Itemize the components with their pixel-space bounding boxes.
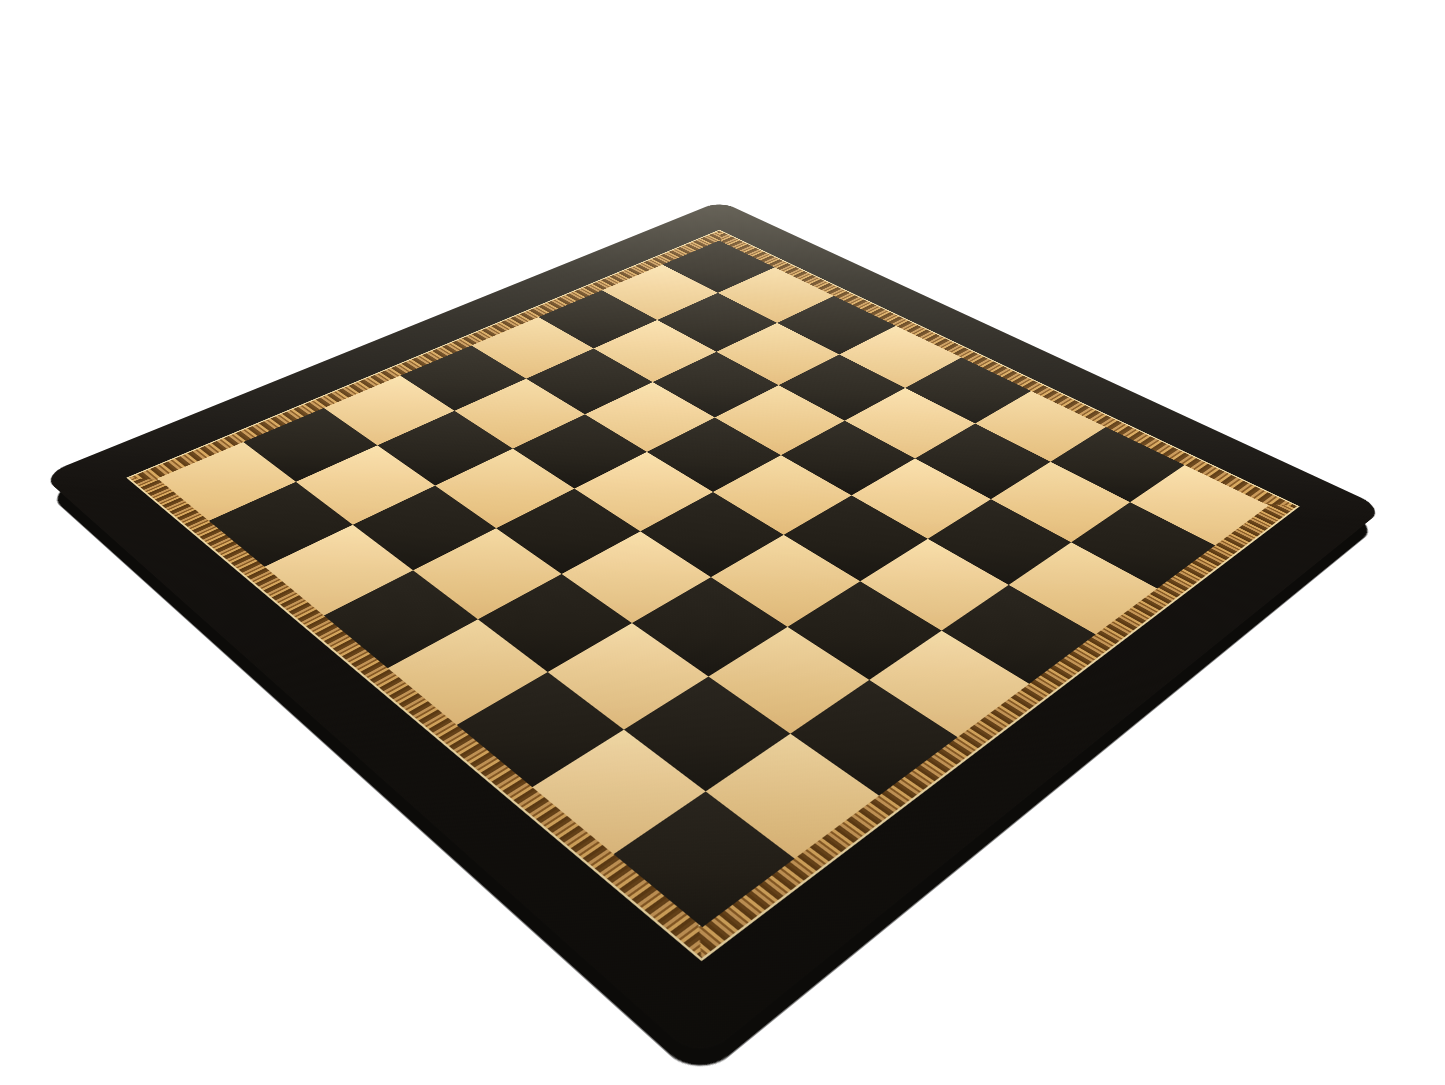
board-3d bbox=[41, 201, 1384, 1062]
photo-background bbox=[0, 0, 1445, 1085]
chess-board[interactable] bbox=[41, 201, 1384, 1062]
playing-field bbox=[157, 241, 1268, 928]
